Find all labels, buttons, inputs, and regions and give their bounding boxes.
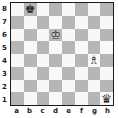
- square-h4[interactable]: [100, 54, 113, 67]
- square-f3[interactable]: [75, 67, 88, 80]
- square-a8[interactable]: [11, 3, 24, 16]
- square-d2[interactable]: [49, 80, 62, 93]
- square-a5[interactable]: [11, 41, 24, 54]
- square-f8[interactable]: [75, 3, 88, 16]
- file-label-f: f: [75, 106, 88, 116]
- square-a4[interactable]: [11, 54, 24, 67]
- piece-white-king[interactable]: ♔: [49, 29, 62, 42]
- square-e4[interactable]: [62, 54, 75, 67]
- square-c4[interactable]: [37, 54, 50, 67]
- rank-label-7: 7: [0, 15, 9, 28]
- square-h2[interactable]: [100, 80, 113, 93]
- piece-black-queen[interactable]: ♛: [100, 92, 113, 105]
- square-d5[interactable]: [49, 41, 62, 54]
- square-d1[interactable]: [49, 92, 62, 105]
- rank-label-3: 3: [0, 67, 9, 80]
- square-b2[interactable]: [24, 80, 37, 93]
- square-a6[interactable]: [11, 29, 24, 42]
- square-b7[interactable]: [24, 16, 37, 29]
- square-h1[interactable]: ♛: [100, 92, 113, 105]
- square-h6[interactable]: [100, 29, 113, 42]
- square-b8[interactable]: ♚: [24, 3, 37, 16]
- rank-label-8: 8: [0, 2, 9, 15]
- square-d4[interactable]: [49, 54, 62, 67]
- square-c6[interactable]: [37, 29, 50, 42]
- square-c5[interactable]: [37, 41, 50, 54]
- square-f4[interactable]: [75, 54, 88, 67]
- file-label-c: c: [36, 106, 49, 116]
- square-d6[interactable]: ♔: [49, 29, 62, 42]
- square-h5[interactable]: [100, 41, 113, 54]
- rank-labels: 87654321: [0, 2, 9, 106]
- file-label-h: h: [101, 106, 114, 116]
- rank-label-4: 4: [0, 54, 9, 67]
- square-e1[interactable]: [62, 92, 75, 105]
- square-c3[interactable]: [37, 67, 50, 80]
- square-f1[interactable]: [75, 92, 88, 105]
- square-f7[interactable]: [75, 16, 88, 29]
- square-b3[interactable]: [24, 67, 37, 80]
- square-d8[interactable]: [49, 3, 62, 16]
- square-c8[interactable]: [37, 3, 50, 16]
- square-c7[interactable]: [37, 16, 50, 29]
- file-label-e: e: [62, 106, 75, 116]
- rank-label-2: 2: [0, 80, 9, 93]
- square-e2[interactable]: [62, 80, 75, 93]
- piece-black-king[interactable]: ♚: [24, 3, 37, 16]
- square-h8[interactable]: [100, 3, 113, 16]
- square-f2[interactable]: [75, 80, 88, 93]
- square-c1[interactable]: [37, 92, 50, 105]
- piece-white-bishop[interactable]: ♗: [88, 54, 101, 67]
- square-e7[interactable]: [62, 16, 75, 29]
- square-g8[interactable]: [88, 3, 101, 16]
- square-b6[interactable]: [24, 29, 37, 42]
- square-e3[interactable]: [62, 67, 75, 80]
- square-g4[interactable]: ♗: [88, 54, 101, 67]
- file-label-g: g: [88, 106, 101, 116]
- square-g1[interactable]: [88, 92, 101, 105]
- square-g6[interactable]: [88, 29, 101, 42]
- square-h3[interactable]: [100, 67, 113, 80]
- square-h7[interactable]: [100, 16, 113, 29]
- square-d3[interactable]: [49, 67, 62, 80]
- square-g7[interactable]: [88, 16, 101, 29]
- file-labels: abcdefgh: [10, 106, 114, 116]
- square-e5[interactable]: [62, 41, 75, 54]
- square-a3[interactable]: [11, 67, 24, 80]
- square-f5[interactable]: [75, 41, 88, 54]
- rank-label-5: 5: [0, 41, 9, 54]
- square-a1[interactable]: [11, 92, 24, 105]
- file-label-a: a: [10, 106, 23, 116]
- chess-diagram: 87654321 ♚♔♗♛ abcdefgh: [0, 0, 118, 118]
- rank-label-1: 1: [0, 93, 9, 106]
- square-e8[interactable]: [62, 3, 75, 16]
- square-c2[interactable]: [37, 80, 50, 93]
- square-b1[interactable]: [24, 92, 37, 105]
- square-d7[interactable]: [49, 16, 62, 29]
- square-a2[interactable]: [11, 80, 24, 93]
- square-e6[interactable]: [62, 29, 75, 42]
- file-label-b: b: [23, 106, 36, 116]
- square-b4[interactable]: [24, 54, 37, 67]
- square-a7[interactable]: [11, 16, 24, 29]
- chess-board: ♚♔♗♛: [10, 2, 114, 106]
- square-f6[interactable]: [75, 29, 88, 42]
- square-g2[interactable]: [88, 80, 101, 93]
- square-b5[interactable]: [24, 41, 37, 54]
- file-label-d: d: [49, 106, 62, 116]
- square-g3[interactable]: [88, 67, 101, 80]
- rank-label-6: 6: [0, 28, 9, 41]
